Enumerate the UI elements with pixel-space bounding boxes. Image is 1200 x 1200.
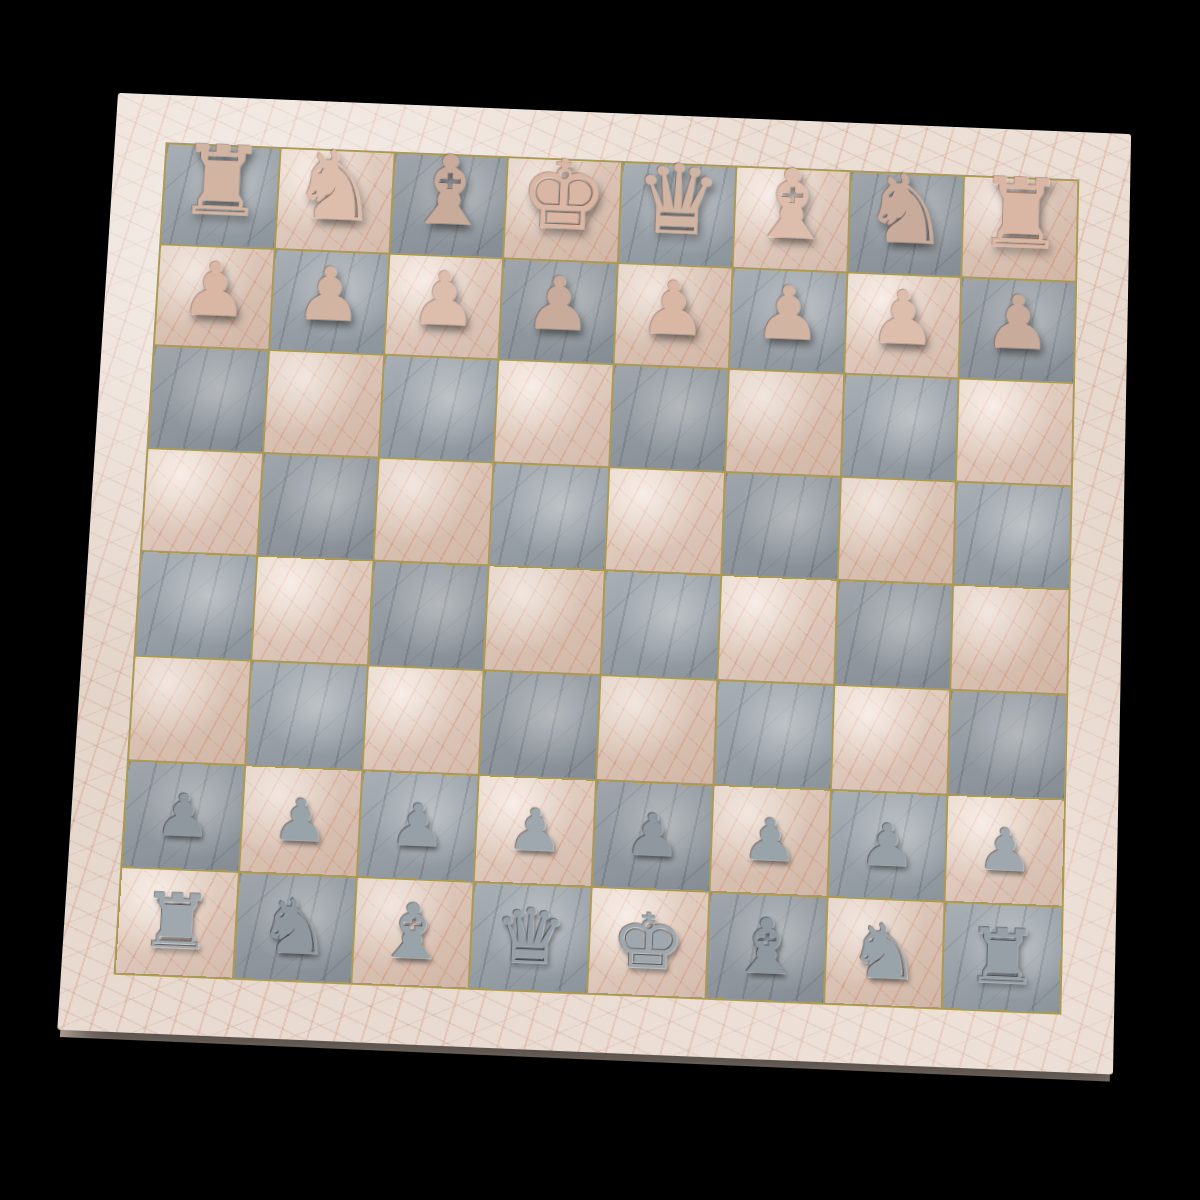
square-h7[interactable]: ♟ — [960, 278, 1075, 382]
piece-h1-gray-rook[interactable]: ♜ — [964, 918, 1040, 996]
chess-board: ♜♞♝♚♛♝♞♜♟♟♟♟♟♟♟♟♟♟♟♟♟♟♟♟♜♞♝♛♚♝♞♜ — [57, 93, 1131, 1075]
square-e7[interactable]: ♟ — [615, 264, 732, 368]
square-g4[interactable] — [835, 581, 952, 688]
square-h6[interactable] — [957, 379, 1073, 484]
piece-e8-rose-queen[interactable]: ♛ — [632, 151, 723, 250]
square-h1[interactable]: ♜ — [943, 902, 1062, 1012]
piece-h8-rose-rook[interactable]: ♜ — [975, 165, 1065, 264]
square-a8[interactable]: ♜ — [161, 144, 279, 247]
square-d8[interactable]: ♚ — [504, 158, 621, 261]
piece-e1-gray-king[interactable]: ♚ — [610, 903, 687, 981]
square-f5[interactable] — [722, 472, 839, 578]
square-e3[interactable] — [597, 676, 716, 784]
square-e6[interactable] — [610, 365, 727, 470]
piece-a8-rose-rook[interactable]: ♜ — [175, 132, 268, 231]
piece-b1-gray-knight[interactable]: ♞ — [255, 888, 333, 966]
square-d6[interactable] — [495, 360, 613, 465]
board-grid: ♜♞♝♚♛♝♞♜♟♟♟♟♟♟♟♟♟♟♟♟♟♟♟♟♜♞♝♛♚♝♞♜ — [114, 142, 1080, 1014]
square-h3[interactable] — [949, 690, 1067, 798]
piece-f2-gray-pawn[interactable]: ♟ — [741, 810, 799, 870]
square-b1[interactable]: ♞ — [234, 872, 356, 982]
square-c2[interactable]: ♟ — [357, 771, 477, 880]
square-c1[interactable]: ♝ — [352, 877, 473, 987]
square-e4[interactable] — [602, 571, 720, 678]
square-e1[interactable]: ♚ — [588, 887, 708, 997]
square-f7[interactable]: ♟ — [730, 268, 846, 372]
square-c3[interactable] — [363, 666, 483, 774]
square-b7[interactable]: ♟ — [270, 249, 388, 353]
square-d4[interactable] — [485, 566, 604, 673]
square-b6[interactable] — [264, 351, 383, 456]
piece-c8-rose-bishop[interactable]: ♝ — [403, 141, 495, 240]
square-e2[interactable]: ♟ — [593, 781, 713, 890]
square-c8[interactable]: ♝ — [390, 154, 507, 257]
piece-d7-rose-pawn[interactable]: ♟ — [523, 266, 593, 342]
square-f8[interactable]: ♝ — [733, 167, 849, 270]
square-f1[interactable]: ♝ — [706, 892, 826, 1002]
square-h4[interactable] — [952, 586, 1069, 693]
piece-h2-gray-pawn[interactable]: ♟ — [976, 820, 1033, 880]
square-a3[interactable] — [129, 656, 250, 764]
square-a1[interactable]: ♜ — [116, 868, 238, 978]
piece-g8-rose-knight[interactable]: ♞ — [861, 160, 952, 259]
square-d5[interactable] — [490, 463, 608, 569]
piece-a1-gray-rook[interactable]: ♜ — [137, 883, 216, 961]
square-b4[interactable] — [252, 557, 372, 664]
square-f4[interactable] — [718, 576, 836, 683]
square-c6[interactable] — [379, 356, 497, 461]
piece-d8-rose-king[interactable]: ♚ — [517, 146, 609, 245]
square-e8[interactable]: ♛ — [619, 163, 735, 266]
square-b3[interactable] — [246, 661, 366, 769]
square-c7[interactable]: ♟ — [385, 254, 503, 358]
piece-b7-rose-pawn[interactable]: ♟ — [294, 257, 365, 333]
square-d1[interactable]: ♛ — [470, 882, 591, 992]
piece-g2-gray-pawn[interactable]: ♟ — [859, 815, 917, 875]
square-a2[interactable]: ♟ — [122, 761, 243, 870]
piece-a7-rose-pawn[interactable]: ♟ — [179, 252, 250, 328]
piece-b2-gray-pawn[interactable]: ♟ — [271, 791, 330, 851]
piece-c2-gray-pawn[interactable]: ♟ — [388, 796, 447, 856]
square-g1[interactable]: ♞ — [825, 897, 944, 1007]
piece-e2-gray-pawn[interactable]: ♟ — [623, 806, 681, 866]
piece-g1-gray-knight[interactable]: ♞ — [846, 913, 923, 991]
piece-f1-gray-bishop[interactable]: ♝ — [728, 908, 805, 986]
square-g6[interactable] — [841, 375, 957, 480]
square-h8[interactable]: ♜ — [963, 177, 1078, 281]
piece-d2-gray-pawn[interactable]: ♟ — [506, 801, 564, 861]
square-g2[interactable]: ♟ — [828, 791, 947, 900]
square-c5[interactable] — [374, 458, 493, 564]
square-e5[interactable] — [606, 468, 724, 574]
piece-c1-gray-bishop[interactable]: ♝ — [373, 893, 451, 971]
square-f6[interactable] — [726, 370, 843, 475]
square-g3[interactable] — [831, 685, 949, 793]
piece-a2-gray-pawn[interactable]: ♟ — [154, 786, 213, 846]
square-f3[interactable] — [714, 680, 832, 788]
square-a5[interactable] — [142, 449, 262, 555]
square-h5[interactable] — [954, 482, 1070, 588]
square-d7[interactable]: ♟ — [500, 259, 617, 363]
piece-g7-rose-pawn[interactable]: ♟ — [868, 280, 937, 356]
square-a6[interactable] — [149, 346, 268, 451]
square-b5[interactable] — [258, 453, 377, 559]
square-d2[interactable]: ♟ — [475, 776, 595, 885]
piece-h7-rose-pawn[interactable]: ♟ — [983, 285, 1052, 361]
square-g7[interactable]: ♟ — [845, 273, 961, 377]
square-h2[interactable]: ♟ — [946, 796, 1064, 905]
square-a4[interactable] — [136, 552, 256, 659]
square-g8[interactable]: ♞ — [848, 172, 963, 275]
piece-c7-rose-pawn[interactable]: ♟ — [409, 262, 480, 338]
square-b2[interactable]: ♟ — [240, 766, 361, 875]
board-frame: ♜♞♝♚♛♝♞♜♟♟♟♟♟♟♟♟♟♟♟♟♟♟♟♟♜♞♝♛♚♝♞♜ — [57, 93, 1131, 1075]
square-a7[interactable]: ♟ — [155, 245, 274, 349]
photo-scene: ♜♞♝♚♛♝♞♜♟♟♟♟♟♟♟♟♟♟♟♟♟♟♟♟♜♞♝♛♚♝♞♜ — [0, 0, 1200, 1200]
square-d3[interactable] — [480, 671, 599, 779]
piece-b8-rose-knight[interactable]: ♞ — [289, 137, 382, 236]
square-f2[interactable]: ♟ — [710, 786, 829, 895]
piece-f8-rose-bishop[interactable]: ♝ — [746, 155, 837, 254]
piece-f7-rose-pawn[interactable]: ♟ — [753, 276, 823, 352]
square-b8[interactable]: ♞ — [276, 149, 394, 252]
piece-d1-gray-queen[interactable]: ♛ — [491, 898, 569, 976]
square-c4[interactable] — [368, 562, 487, 669]
square-g5[interactable] — [838, 477, 955, 583]
piece-e7-rose-pawn[interactable]: ♟ — [638, 271, 708, 347]
